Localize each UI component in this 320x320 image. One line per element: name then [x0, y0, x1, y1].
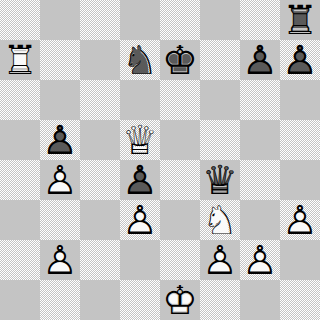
white-knight-outline: ♘: [200, 200, 240, 240]
square-e4[interactable]: [160, 160, 200, 200]
square-c3[interactable]: [80, 200, 120, 240]
square-a1[interactable]: [0, 280, 40, 320]
square-h5[interactable]: [280, 120, 320, 160]
square-d6[interactable]: [120, 80, 160, 120]
square-b2[interactable]: ♟♙: [40, 240, 80, 280]
white-pawn-outline: ♙: [40, 160, 80, 200]
square-h1[interactable]: [280, 280, 320, 320]
square-g5[interactable]: [240, 120, 280, 160]
black-rook: ♜: [280, 0, 320, 40]
square-a3[interactable]: [0, 200, 40, 240]
square-e8[interactable]: [160, 0, 200, 40]
square-b6[interactable]: [40, 80, 80, 120]
square-b4[interactable]: ♟♙: [40, 160, 80, 200]
black-queen-outline: ♕: [200, 160, 240, 200]
white-king: ♚: [160, 280, 200, 320]
square-c1[interactable]: [80, 280, 120, 320]
white-rook-outline: ♖: [0, 40, 40, 80]
square-f6[interactable]: [200, 80, 240, 120]
square-h4[interactable]: [280, 160, 320, 200]
square-f8[interactable]: [200, 0, 240, 40]
square-d7[interactable]: ♞♘: [120, 40, 160, 80]
black-pawn: ♟: [280, 40, 320, 80]
square-c6[interactable]: [80, 80, 120, 120]
black-queen: ♛: [200, 160, 240, 200]
square-f7[interactable]: [200, 40, 240, 80]
white-queen: ♛: [120, 120, 160, 160]
black-knight-outline: ♘: [120, 40, 160, 80]
black-rook-outline: ♖: [280, 0, 320, 40]
white-pawn: ♟: [200, 240, 240, 280]
square-g7[interactable]: ♟♙: [240, 40, 280, 80]
square-d2[interactable]: [120, 240, 160, 280]
black-pawn-outline: ♙: [120, 160, 160, 200]
white-pawn: ♟: [120, 200, 160, 240]
black-pawn: ♟: [120, 160, 160, 200]
square-c4[interactable]: [80, 160, 120, 200]
square-e1[interactable]: ♚♔: [160, 280, 200, 320]
square-h8[interactable]: ♜♖: [280, 0, 320, 40]
square-g4[interactable]: [240, 160, 280, 200]
square-c5[interactable]: [80, 120, 120, 160]
square-a2[interactable]: [0, 240, 40, 280]
square-b5[interactable]: ♟♙: [40, 120, 80, 160]
square-d8[interactable]: [120, 0, 160, 40]
square-h2[interactable]: [280, 240, 320, 280]
square-h3[interactable]: ♟♙: [280, 200, 320, 240]
square-f3[interactable]: ♞♘: [200, 200, 240, 240]
square-c8[interactable]: [80, 0, 120, 40]
square-f1[interactable]: [200, 280, 240, 320]
white-pawn-outline: ♙: [240, 240, 280, 280]
square-d3[interactable]: ♟♙: [120, 200, 160, 240]
black-pawn: ♟: [40, 120, 80, 160]
square-b7[interactable]: [40, 40, 80, 80]
white-queen-outline: ♕: [120, 120, 160, 160]
square-e7[interactable]: ♚♔: [160, 40, 200, 80]
white-pawn-outline: ♙: [40, 240, 80, 280]
square-b8[interactable]: [40, 0, 80, 40]
square-c7[interactable]: [80, 40, 120, 80]
white-rook: ♜: [0, 40, 40, 80]
white-pawn: ♟: [280, 200, 320, 240]
square-g1[interactable]: [240, 280, 280, 320]
white-pawn: ♟: [40, 160, 80, 200]
white-king-outline: ♔: [160, 280, 200, 320]
square-a4[interactable]: [0, 160, 40, 200]
black-pawn-outline: ♙: [240, 40, 280, 80]
white-pawn: ♟: [240, 240, 280, 280]
square-a6[interactable]: [0, 80, 40, 120]
square-e6[interactable]: [160, 80, 200, 120]
square-h7[interactable]: ♟♙: [280, 40, 320, 80]
black-pawn-outline: ♙: [280, 40, 320, 80]
white-pawn-outline: ♙: [280, 200, 320, 240]
chess-board: ♜♖♜♖♞♘♚♔♟♙♟♙♟♙♛♕♟♙♟♙♛♕♟♙♞♘♟♙♟♙♟♙♟♙♚♔: [0, 0, 320, 320]
square-e2[interactable]: [160, 240, 200, 280]
square-h6[interactable]: [280, 80, 320, 120]
square-f4[interactable]: ♛♕: [200, 160, 240, 200]
black-pawn-outline: ♙: [40, 120, 80, 160]
square-a8[interactable]: [0, 0, 40, 40]
square-d5[interactable]: ♛♕: [120, 120, 160, 160]
square-g6[interactable]: [240, 80, 280, 120]
black-knight: ♞: [120, 40, 160, 80]
black-king: ♚: [160, 40, 200, 80]
square-b3[interactable]: [40, 200, 80, 240]
white-pawn-outline: ♙: [120, 200, 160, 240]
square-a5[interactable]: [0, 120, 40, 160]
square-d4[interactable]: ♟♙: [120, 160, 160, 200]
square-d1[interactable]: [120, 280, 160, 320]
square-g3[interactable]: [240, 200, 280, 240]
black-king-outline: ♔: [160, 40, 200, 80]
white-pawn: ♟: [40, 240, 80, 280]
square-g2[interactable]: ♟♙: [240, 240, 280, 280]
square-c2[interactable]: [80, 240, 120, 280]
square-g8[interactable]: [240, 0, 280, 40]
square-f2[interactable]: ♟♙: [200, 240, 240, 280]
black-pawn: ♟: [240, 40, 280, 80]
square-e5[interactable]: [160, 120, 200, 160]
white-pawn-outline: ♙: [200, 240, 240, 280]
square-a7[interactable]: ♜♖: [0, 40, 40, 80]
square-f5[interactable]: [200, 120, 240, 160]
white-knight: ♞: [200, 200, 240, 240]
square-b1[interactable]: [40, 280, 80, 320]
square-e3[interactable]: [160, 200, 200, 240]
